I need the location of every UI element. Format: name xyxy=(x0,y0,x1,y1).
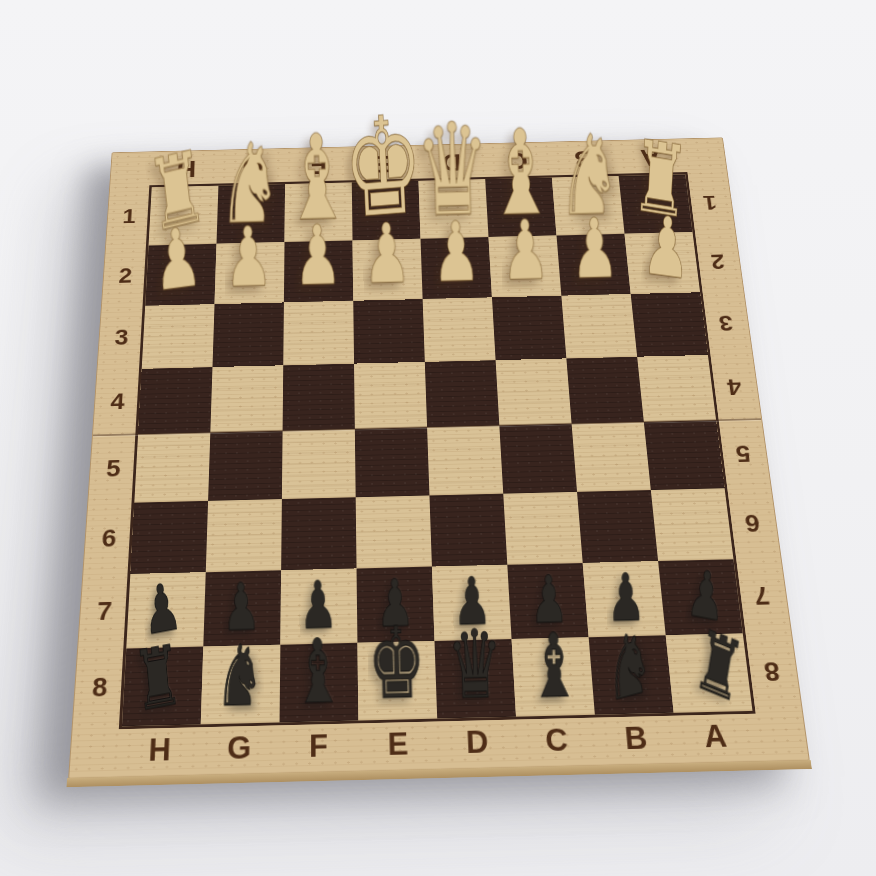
file-label-top-d: D xyxy=(417,144,485,181)
square-h2[interactable]: ♟ xyxy=(145,244,216,306)
square-h3[interactable] xyxy=(142,304,215,369)
file-label-bottom-a: A xyxy=(674,711,759,763)
piece-white-pawn[interactable]: ♟ xyxy=(223,216,273,299)
rank-label-left-5: 5 xyxy=(88,434,138,503)
square-a8[interactable]: ♜ xyxy=(666,633,753,712)
file-label-top-h: H xyxy=(152,150,220,187)
square-g2[interactable]: ♟ xyxy=(215,242,285,304)
square-g3[interactable] xyxy=(212,302,283,367)
square-c3[interactable] xyxy=(492,296,566,360)
file-label-bottom-d: D xyxy=(437,717,519,769)
square-h4[interactable] xyxy=(138,367,212,434)
square-f8[interactable]: ♝ xyxy=(280,643,359,723)
square-f6[interactable] xyxy=(281,497,356,570)
chess-board: HGFEDCBA HGFEDCBA 12345678 12345678 ♜♞♝♚… xyxy=(68,137,810,779)
square-e4[interactable] xyxy=(354,362,427,429)
file-label-bottom-e: E xyxy=(358,719,439,771)
square-g6[interactable] xyxy=(206,499,282,572)
piece-black-bishop[interactable]: ♝ xyxy=(527,621,581,711)
square-b8[interactable]: ♞ xyxy=(589,635,674,714)
square-f4[interactable] xyxy=(283,364,355,431)
rank-label-right-4: 4 xyxy=(708,354,761,420)
rank-label-right-8: 8 xyxy=(743,632,802,711)
rank-label-right-7: 7 xyxy=(733,558,790,633)
rank-label-right-3: 3 xyxy=(700,291,752,355)
piece-white-pawn[interactable]: ♟ xyxy=(431,211,481,294)
square-f5[interactable] xyxy=(282,429,356,499)
piece-black-knight[interactable]: ♞ xyxy=(599,618,658,714)
square-a3[interactable] xyxy=(631,292,708,356)
square-g4[interactable] xyxy=(210,365,283,432)
square-h8[interactable]: ♜ xyxy=(122,647,203,727)
square-h5[interactable] xyxy=(134,433,210,503)
file-label-top-c: C xyxy=(483,142,552,179)
file-label-top-g: G xyxy=(218,149,285,186)
rank-label-right-1: 1 xyxy=(685,173,735,232)
file-label-bottom-h: H xyxy=(119,724,201,776)
rank-label-right-6: 6 xyxy=(725,487,781,559)
square-d6[interactable] xyxy=(429,494,507,567)
piece-black-queen[interactable]: ♛ xyxy=(447,617,504,713)
square-c8[interactable]: ♝ xyxy=(512,637,595,717)
square-g5[interactable] xyxy=(208,431,282,501)
rank-label-left-8: 8 xyxy=(73,648,127,727)
piece-black-bishop[interactable]: ♝ xyxy=(291,626,345,716)
square-b2[interactable]: ♟ xyxy=(557,234,631,296)
file-label-top-a: A xyxy=(615,139,685,176)
square-b3[interactable] xyxy=(561,294,637,358)
rank-label-left-2: 2 xyxy=(102,245,149,307)
rank-label-left-4: 4 xyxy=(93,369,142,436)
file-label-bottom-g: G xyxy=(199,722,279,774)
square-a6[interactable] xyxy=(651,488,734,561)
rank-label-left-1: 1 xyxy=(106,187,152,246)
square-e6[interactable] xyxy=(356,495,432,568)
square-d4[interactable] xyxy=(425,360,500,427)
rank-label-right-2: 2 xyxy=(693,231,744,292)
square-f3[interactable] xyxy=(283,301,354,366)
rank-label-right-5: 5 xyxy=(716,419,771,488)
square-e2[interactable]: ♟ xyxy=(353,239,423,301)
square-c6[interactable] xyxy=(503,492,582,565)
square-b4[interactable] xyxy=(566,357,643,424)
file-label-bottom-b: B xyxy=(595,713,679,765)
square-a4[interactable] xyxy=(637,355,716,422)
file-label-top-b: B xyxy=(549,141,619,178)
piece-white-pawn[interactable]: ♟ xyxy=(362,212,412,295)
square-e5[interactable] xyxy=(355,427,430,497)
file-label-bottom-f: F xyxy=(279,721,359,773)
square-c2[interactable]: ♟ xyxy=(489,235,562,297)
piece-white-pawn[interactable]: ♟ xyxy=(293,214,343,297)
square-f2[interactable]: ♟ xyxy=(284,240,353,302)
file-label-bottom-c: C xyxy=(516,715,599,767)
square-d5[interactable] xyxy=(427,425,503,495)
square-c5[interactable] xyxy=(499,424,577,494)
square-c4[interactable] xyxy=(496,358,572,425)
board-grid: ♜♞♝♚♛♝♞♜♟♟♟♟♟♟♟♟♟♟♟♟♟♟♟♟♜♞♝♚♛♝♞♜ xyxy=(122,174,753,726)
square-h6[interactable] xyxy=(130,501,208,574)
square-d2[interactable]: ♟ xyxy=(421,237,492,299)
piece-white-pawn[interactable]: ♟ xyxy=(641,203,692,291)
file-label-top-f: F xyxy=(285,147,352,184)
rank-label-left-3: 3 xyxy=(97,306,145,370)
file-label-top-e: E xyxy=(351,146,418,183)
piece-white-pawn[interactable]: ♟ xyxy=(570,207,620,290)
rank-label-left-7: 7 xyxy=(78,574,130,650)
piece-black-knight[interactable]: ♞ xyxy=(214,632,265,718)
square-g8[interactable]: ♞ xyxy=(201,645,281,725)
square-e8[interactable]: ♚ xyxy=(357,641,437,721)
square-d3[interactable] xyxy=(423,297,496,361)
square-b5[interactable] xyxy=(572,422,651,492)
rank-label-left-6: 6 xyxy=(83,503,134,575)
square-d8[interactable]: ♛ xyxy=(435,639,517,719)
square-b6[interactable] xyxy=(577,490,658,563)
square-a5[interactable] xyxy=(644,420,725,490)
piece-white-pawn[interactable]: ♟ xyxy=(150,215,203,303)
piece-black-rook[interactable]: ♜ xyxy=(130,633,185,724)
square-a2[interactable]: ♟ xyxy=(625,232,701,294)
photo-scene: HGFEDCBA HGFEDCBA 12345678 12345678 ♜♞♝♚… xyxy=(0,0,876,876)
square-e3[interactable] xyxy=(353,299,425,364)
piece-black-king[interactable]: ♚ xyxy=(367,615,427,715)
piece-white-pawn[interactable]: ♟ xyxy=(500,209,550,292)
